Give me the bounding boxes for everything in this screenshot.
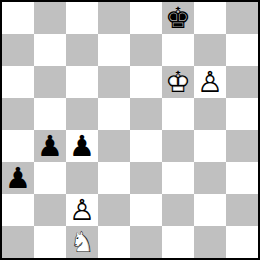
square-h7[interactable]: [226, 34, 258, 66]
square-e2[interactable]: [130, 194, 162, 226]
piece-glyph: ♚: [162, 2, 194, 34]
square-d2[interactable]: [98, 194, 130, 226]
square-b7[interactable]: [34, 34, 66, 66]
square-g5[interactable]: [194, 98, 226, 130]
square-c5[interactable]: [66, 98, 98, 130]
square-f2[interactable]: [162, 194, 194, 226]
piece-white-king: ♚♔: [162, 66, 194, 98]
square-c7[interactable]: [66, 34, 98, 66]
square-d6[interactable]: [98, 66, 130, 98]
piece-white-pawn: ♟♙: [66, 194, 98, 226]
square-e5[interactable]: [130, 98, 162, 130]
square-d5[interactable]: [98, 98, 130, 130]
square-f8[interactable]: ♚: [162, 2, 194, 34]
square-c3[interactable]: [66, 162, 98, 194]
square-a7[interactable]: [2, 34, 34, 66]
square-e1[interactable]: [130, 226, 162, 258]
piece-white-pawn: ♟♙: [194, 66, 226, 98]
square-b2[interactable]: [34, 194, 66, 226]
square-c1[interactable]: ♞♘: [66, 226, 98, 258]
piece-black-pawn: ♟: [2, 162, 34, 194]
chess-board: ♚♚♔♟♙♟♟♟♟♙♞♘: [0, 0, 260, 260]
square-d1[interactable]: [98, 226, 130, 258]
square-c2[interactable]: ♟♙: [66, 194, 98, 226]
piece-black-pawn: ♟: [34, 130, 66, 162]
square-g8[interactable]: [194, 2, 226, 34]
square-b1[interactable]: [34, 226, 66, 258]
square-d8[interactable]: [98, 2, 130, 34]
square-d7[interactable]: [98, 34, 130, 66]
square-e7[interactable]: [130, 34, 162, 66]
piece-white-knight: ♞♘: [66, 226, 98, 258]
square-g7[interactable]: [194, 34, 226, 66]
piece-outline-layer: ♘: [66, 226, 98, 258]
square-f3[interactable]: [162, 162, 194, 194]
square-e3[interactable]: [130, 162, 162, 194]
square-e4[interactable]: [130, 130, 162, 162]
square-a6[interactable]: [2, 66, 34, 98]
square-b8[interactable]: [34, 2, 66, 34]
square-h2[interactable]: [226, 194, 258, 226]
square-f4[interactable]: [162, 130, 194, 162]
square-a4[interactable]: [2, 130, 34, 162]
square-a8[interactable]: [2, 2, 34, 34]
square-d3[interactable]: [98, 162, 130, 194]
square-g3[interactable]: [194, 162, 226, 194]
square-a5[interactable]: [2, 98, 34, 130]
piece-black-pawn: ♟: [66, 130, 98, 162]
square-f7[interactable]: [162, 34, 194, 66]
square-h6[interactable]: [226, 66, 258, 98]
square-c4[interactable]: ♟: [66, 130, 98, 162]
square-f5[interactable]: [162, 98, 194, 130]
square-c6[interactable]: [66, 66, 98, 98]
square-d4[interactable]: [98, 130, 130, 162]
square-b4[interactable]: ♟: [34, 130, 66, 162]
square-b6[interactable]: [34, 66, 66, 98]
square-h4[interactable]: [226, 130, 258, 162]
square-g4[interactable]: [194, 130, 226, 162]
square-e6[interactable]: [130, 66, 162, 98]
piece-outline-layer: ♙: [194, 66, 226, 98]
square-f6[interactable]: ♚♔: [162, 66, 194, 98]
square-h8[interactable]: [226, 2, 258, 34]
piece-glyph: ♟: [66, 130, 98, 162]
piece-outline-layer: ♔: [162, 66, 194, 98]
square-h3[interactable]: [226, 162, 258, 194]
square-a1[interactable]: [2, 226, 34, 258]
square-g6[interactable]: ♟♙: [194, 66, 226, 98]
square-g1[interactable]: [194, 226, 226, 258]
piece-glyph: ♟: [2, 162, 34, 194]
square-c8[interactable]: [66, 2, 98, 34]
square-b5[interactable]: [34, 98, 66, 130]
square-g2[interactable]: [194, 194, 226, 226]
square-h5[interactable]: [226, 98, 258, 130]
piece-black-king: ♚: [162, 2, 194, 34]
piece-glyph: ♟: [34, 130, 66, 162]
square-b3[interactable]: [34, 162, 66, 194]
square-a3[interactable]: ♟: [2, 162, 34, 194]
square-e8[interactable]: [130, 2, 162, 34]
piece-outline-layer: ♙: [66, 194, 98, 226]
square-a2[interactable]: [2, 194, 34, 226]
square-f1[interactable]: [162, 226, 194, 258]
square-h1[interactable]: [226, 226, 258, 258]
